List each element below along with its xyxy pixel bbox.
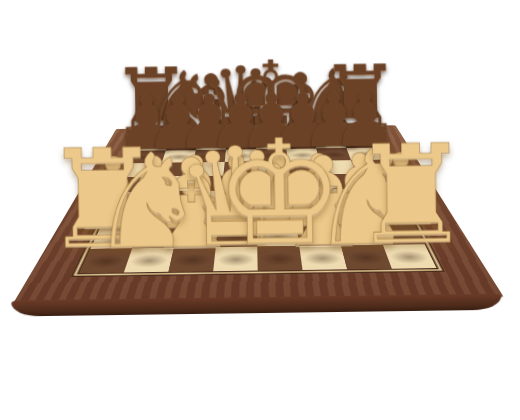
- product-photo-background: ♜♞♝♛♚♝♞♜♟♟♟♟♟♟♟♟♟♟♟♟♟♟♟♟♜♞♝♛♚♝♞♜: [0, 0, 520, 420]
- white-king: ♚: [213, 120, 345, 267]
- board-perspective-wrap: ♜♞♝♛♚♝♞♜♟♟♟♟♟♟♟♟♟♟♟♟♟♟♟♟♜♞♝♛♚♝♞♜: [0, 0, 520, 420]
- white-rook: ♜: [349, 127, 473, 265]
- board-playing-area: ♜♞♝♛♚♝♞♜♟♟♟♟♟♟♟♟♟♟♟♟♟♟♟♟♜♞♝♛♚♝♞♜: [79, 137, 436, 274]
- square-b1: ♞: [124, 248, 174, 273]
- square-e1: ♚: [258, 246, 303, 271]
- chess-board: ♜♞♝♛♚♝♞♜♟♟♟♟♟♟♟♟♟♟♟♟♟♟♟♟♜♞♝♛♚♝♞♜: [13, 125, 504, 304]
- square-h1: ♜: [383, 244, 437, 269]
